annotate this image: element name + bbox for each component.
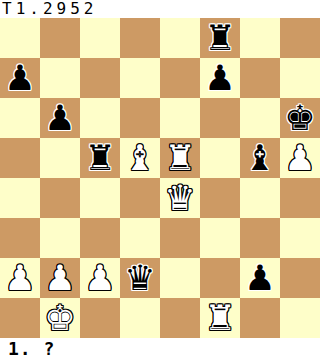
square-d7[interactable] — [120, 58, 160, 98]
white-king-piece: ♚ — [44, 298, 75, 338]
square-f3[interactable] — [200, 218, 240, 258]
square-c8[interactable] — [80, 18, 120, 58]
move-prompt: 1. ? — [0, 338, 320, 360]
square-a8[interactable] — [0, 18, 40, 58]
square-a5[interactable] — [0, 138, 40, 178]
square-b7[interactable] — [40, 58, 80, 98]
white-rook-piece: ♜ — [164, 138, 195, 178]
black-king-piece: ♚ — [284, 98, 315, 138]
square-e2[interactable] — [160, 258, 200, 298]
square-f8[interactable]: ♜ — [200, 18, 240, 58]
square-h3[interactable] — [280, 218, 320, 258]
square-e8[interactable] — [160, 18, 200, 58]
square-h8[interactable] — [280, 18, 320, 58]
black-bishop-piece: ♝ — [244, 138, 275, 178]
square-g4[interactable] — [240, 178, 280, 218]
square-e1[interactable] — [160, 298, 200, 338]
white-pawn-piece: ♟ — [4, 258, 35, 298]
square-h7[interactable] — [280, 58, 320, 98]
square-h4[interactable] — [280, 178, 320, 218]
square-d8[interactable] — [120, 18, 160, 58]
square-d4[interactable] — [120, 178, 160, 218]
square-b8[interactable] — [40, 18, 80, 58]
square-g6[interactable] — [240, 98, 280, 138]
square-a2[interactable]: ♟ — [0, 258, 40, 298]
white-bishop-piece: ♝ — [124, 138, 155, 178]
square-a1[interactable] — [0, 298, 40, 338]
square-e7[interactable] — [160, 58, 200, 98]
square-d1[interactable] — [120, 298, 160, 338]
square-b1[interactable]: ♚ — [40, 298, 80, 338]
black-rook-piece: ♜ — [84, 138, 115, 178]
square-g3[interactable] — [240, 218, 280, 258]
square-f2[interactable] — [200, 258, 240, 298]
square-g5[interactable]: ♝ — [240, 138, 280, 178]
square-f6[interactable] — [200, 98, 240, 138]
square-d2[interactable]: ♛ — [120, 258, 160, 298]
square-g7[interactable] — [240, 58, 280, 98]
square-a6[interactable] — [0, 98, 40, 138]
chess-board: ♜♟♟♟♚♜♝♜♝♟♛♟♟♟♛♟♚♜ — [0, 18, 320, 338]
square-f1[interactable]: ♜ — [200, 298, 240, 338]
square-b6[interactable]: ♟ — [40, 98, 80, 138]
black-queen-piece: ♛ — [124, 258, 155, 298]
square-b3[interactable] — [40, 218, 80, 258]
square-a7[interactable]: ♟ — [0, 58, 40, 98]
square-c4[interactable] — [80, 178, 120, 218]
square-g2[interactable]: ♟ — [240, 258, 280, 298]
black-pawn-piece: ♟ — [244, 258, 275, 298]
square-e4[interactable]: ♛ — [160, 178, 200, 218]
square-c1[interactable] — [80, 298, 120, 338]
square-b2[interactable]: ♟ — [40, 258, 80, 298]
square-b5[interactable] — [40, 138, 80, 178]
square-a3[interactable] — [0, 218, 40, 258]
square-h1[interactable] — [280, 298, 320, 338]
white-queen-piece: ♛ — [164, 178, 195, 218]
square-f7[interactable]: ♟ — [200, 58, 240, 98]
square-f4[interactable] — [200, 178, 240, 218]
white-pawn-piece: ♟ — [284, 138, 315, 178]
square-h6[interactable]: ♚ — [280, 98, 320, 138]
black-pawn-piece: ♟ — [4, 58, 35, 98]
square-c6[interactable] — [80, 98, 120, 138]
puzzle-id: T1.2952 — [0, 0, 320, 18]
black-pawn-piece: ♟ — [204, 58, 235, 98]
square-h5[interactable]: ♟ — [280, 138, 320, 178]
square-f5[interactable] — [200, 138, 240, 178]
white-pawn-piece: ♟ — [44, 258, 75, 298]
white-pawn-piece: ♟ — [84, 258, 115, 298]
square-c7[interactable] — [80, 58, 120, 98]
square-g1[interactable] — [240, 298, 280, 338]
square-d5[interactable]: ♝ — [120, 138, 160, 178]
black-rook-piece: ♜ — [204, 18, 235, 58]
square-g8[interactable] — [240, 18, 280, 58]
square-h2[interactable] — [280, 258, 320, 298]
square-c3[interactable] — [80, 218, 120, 258]
square-e5[interactable]: ♜ — [160, 138, 200, 178]
square-a4[interactable] — [0, 178, 40, 218]
square-e6[interactable] — [160, 98, 200, 138]
square-d6[interactable] — [120, 98, 160, 138]
square-c5[interactable]: ♜ — [80, 138, 120, 178]
square-d3[interactable] — [120, 218, 160, 258]
square-b4[interactable] — [40, 178, 80, 218]
black-pawn-piece: ♟ — [44, 98, 75, 138]
square-c2[interactable]: ♟ — [80, 258, 120, 298]
white-rook-piece: ♜ — [204, 298, 235, 338]
square-e3[interactable] — [160, 218, 200, 258]
